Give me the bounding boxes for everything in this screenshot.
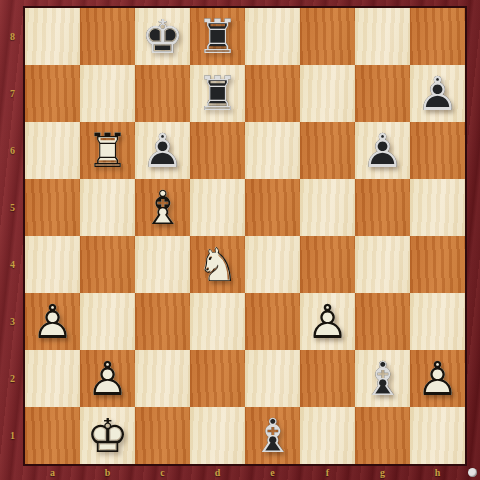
file-label-d: d [190,464,245,480]
square-h1[interactable] [410,407,465,464]
rank-label-4: 4 [0,236,25,293]
black-bishop-outline: ♗ [251,407,293,464]
square-e2[interactable] [245,350,300,407]
square-g3[interactable] [355,293,410,350]
square-c4[interactable] [135,236,190,293]
square-d3[interactable] [190,293,245,350]
piece-black-bishop-g2[interactable]: ♝♗ [355,350,410,407]
square-a2[interactable] [25,350,80,407]
rank-label-3: 3 [0,293,25,350]
square-e3[interactable] [245,293,300,350]
white-pawn-outline: ♙ [416,350,458,407]
square-a5[interactable] [25,179,80,236]
piece-white-knight-d4[interactable]: ♞♘ [190,236,245,293]
square-h8[interactable] [410,8,465,65]
square-c1[interactable] [135,407,190,464]
square-g2[interactable]: ♝♗ [355,350,410,407]
square-a4[interactable] [25,236,80,293]
piece-white-king-b1[interactable]: ♚♔ [80,407,135,464]
square-d7[interactable]: ♜♖ [190,65,245,122]
rank-label-7: 7 [0,65,25,122]
square-f7[interactable] [300,65,355,122]
square-g8[interactable] [355,8,410,65]
white-king-outline: ♔ [86,407,128,464]
square-g4[interactable] [355,236,410,293]
rank-label-1: 1 [0,407,25,464]
piece-white-pawn-b2[interactable]: ♟♙ [80,350,135,407]
square-e7[interactable] [245,65,300,122]
square-a1[interactable] [25,407,80,464]
white-pawn-outline: ♙ [31,293,73,350]
file-label-b: b [80,464,135,480]
white-knight-outline: ♘ [196,236,238,293]
square-e6[interactable] [245,122,300,179]
black-pawn-outline: ♙ [416,65,458,122]
white-bishop-outline: ♗ [141,179,183,236]
piece-black-king-c8[interactable]: ♚♔ [135,8,190,65]
square-e4[interactable] [245,236,300,293]
rank-label-8: 8 [0,8,25,65]
rank-label-5: 5 [0,179,25,236]
square-f3[interactable]: ♟♙ [300,293,355,350]
black-pawn-outline: ♙ [361,122,403,179]
square-a7[interactable] [25,65,80,122]
square-g7[interactable] [355,65,410,122]
square-b7[interactable] [80,65,135,122]
white-pawn-outline: ♙ [86,350,128,407]
black-rook-outline: ♖ [196,8,238,65]
square-b6[interactable]: ♜♖ [80,122,135,179]
piece-black-pawn-g6[interactable]: ♟♙ [355,122,410,179]
white-pawn-outline: ♙ [306,293,348,350]
black-bishop-outline: ♗ [361,350,403,407]
piece-black-pawn-c6[interactable]: ♟♙ [135,122,190,179]
piece-white-pawn-a3[interactable]: ♟♙ [25,293,80,350]
piece-black-pawn-h7[interactable]: ♟♙ [410,65,465,122]
piece-white-rook-b6[interactable]: ♜♖ [80,122,135,179]
square-h2[interactable]: ♟♙ [410,350,465,407]
white-rook-outline: ♖ [86,122,128,179]
piece-black-rook-d7[interactable]: ♜♖ [190,65,245,122]
square-f8[interactable] [300,8,355,65]
square-h5[interactable] [410,179,465,236]
square-h7[interactable]: ♟♙ [410,65,465,122]
piece-black-rook-d8[interactable]: ♜♖ [190,8,245,65]
piece-white-bishop-c5[interactable]: ♝♗ [135,179,190,236]
square-b3[interactable] [80,293,135,350]
square-d6[interactable] [190,122,245,179]
piece-white-pawn-f3[interactable]: ♟♙ [300,293,355,350]
square-b5[interactable] [80,179,135,236]
square-c7[interactable] [135,65,190,122]
square-d1[interactable] [190,407,245,464]
square-e5[interactable] [245,179,300,236]
square-b4[interactable] [80,236,135,293]
chess-board-frame: ♚♔♜♖♜♖♟♙♜♖♟♙♟♙♝♗♞♘♟♙♟♙♟♙♝♗♟♙♚♔♝♗ 8765432… [0,0,480,480]
chess-board: ♚♔♜♖♜♖♟♙♜♖♟♙♟♙♝♗♞♘♟♙♟♙♟♙♝♗♟♙♚♔♝♗ [25,8,465,464]
square-b2[interactable]: ♟♙ [80,350,135,407]
file-label-f: f [300,464,355,480]
file-label-a: a [25,464,80,480]
square-c5[interactable]: ♝♗ [135,179,190,236]
square-c6[interactable]: ♟♙ [135,122,190,179]
square-d8[interactable]: ♜♖ [190,8,245,65]
square-d4[interactable]: ♞♘ [190,236,245,293]
rank-label-2: 2 [0,350,25,407]
square-a3[interactable]: ♟♙ [25,293,80,350]
file-label-h: h [410,464,465,480]
piece-black-bishop-e1[interactable]: ♝♗ [245,407,300,464]
square-e8[interactable] [245,8,300,65]
file-label-e: e [245,464,300,480]
square-f4[interactable] [300,236,355,293]
square-h3[interactable] [410,293,465,350]
square-f1[interactable] [300,407,355,464]
square-f5[interactable] [300,179,355,236]
black-pawn-outline: ♙ [141,122,183,179]
square-b8[interactable] [80,8,135,65]
file-label-c: c [135,464,190,480]
file-label-g: g [355,464,410,480]
square-c8[interactable]: ♚♔ [135,8,190,65]
square-g5[interactable] [355,179,410,236]
square-d5[interactable] [190,179,245,236]
square-c2[interactable] [135,350,190,407]
white-to-move-indicator [468,468,477,477]
square-g6[interactable]: ♟♙ [355,122,410,179]
square-b1[interactable]: ♚♔ [80,407,135,464]
black-rook-outline: ♖ [196,65,238,122]
square-h6[interactable] [410,122,465,179]
square-e1[interactable]: ♝♗ [245,407,300,464]
square-f6[interactable] [300,122,355,179]
square-c3[interactable] [135,293,190,350]
square-g1[interactable] [355,407,410,464]
square-f2[interactable] [300,350,355,407]
square-d2[interactable] [190,350,245,407]
piece-white-pawn-h2[interactable]: ♟♙ [410,350,465,407]
rank-label-6: 6 [0,122,25,179]
square-a8[interactable] [25,8,80,65]
black-king-outline: ♔ [141,8,183,65]
square-h4[interactable] [410,236,465,293]
square-a6[interactable] [25,122,80,179]
